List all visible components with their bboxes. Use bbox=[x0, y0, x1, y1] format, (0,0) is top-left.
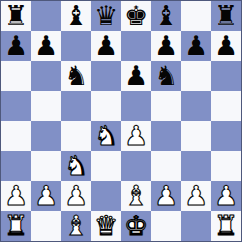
square-a2[interactable]: ♟ bbox=[1, 181, 31, 211]
square-c1[interactable]: ♝ bbox=[61, 211, 91, 241]
square-d7[interactable]: ♟ bbox=[91, 31, 121, 61]
square-c4[interactable] bbox=[61, 121, 91, 151]
square-f1[interactable] bbox=[151, 211, 181, 241]
square-h8[interactable]: ♜ bbox=[211, 1, 241, 31]
square-d5[interactable] bbox=[91, 91, 121, 121]
square-d1[interactable]: ♛ bbox=[91, 211, 121, 241]
square-c3[interactable]: ♞ bbox=[61, 151, 91, 181]
square-g6[interactable] bbox=[181, 61, 211, 91]
square-g7[interactable]: ♟ bbox=[181, 31, 211, 61]
piece-black-pawn-d7[interactable]: ♟ bbox=[94, 32, 118, 59]
piece-white-king-e1[interactable]: ♚ bbox=[124, 212, 148, 239]
piece-white-knight-c3[interactable]: ♞ bbox=[64, 152, 88, 179]
square-a4[interactable] bbox=[1, 121, 31, 151]
piece-white-knight-d4[interactable]: ♞ bbox=[94, 122, 118, 149]
piece-black-bishop-f8[interactable]: ♝ bbox=[154, 2, 178, 29]
square-e8[interactable]: ♚ bbox=[121, 1, 151, 31]
square-d8[interactable]: ♛ bbox=[91, 1, 121, 31]
square-b6[interactable] bbox=[31, 61, 61, 91]
square-e7[interactable] bbox=[121, 31, 151, 61]
square-h7[interactable]: ♟ bbox=[211, 31, 241, 61]
piece-black-rook-a8[interactable]: ♜ bbox=[4, 2, 28, 29]
piece-black-pawn-f7[interactable]: ♟ bbox=[154, 32, 178, 59]
piece-white-pawn-c2[interactable]: ♟ bbox=[64, 182, 88, 209]
square-g5[interactable] bbox=[181, 91, 211, 121]
square-f8[interactable]: ♝ bbox=[151, 1, 181, 31]
square-a1[interactable]: ♜ bbox=[1, 211, 31, 241]
square-f6[interactable]: ♞ bbox=[151, 61, 181, 91]
square-a6[interactable] bbox=[1, 61, 31, 91]
chess-board: ♜♝♛♚♝♜♟♟♟♟♟♟♞♟♞♞♟♞♟♟♟♝♟♟♟♜♝♛♚♜ bbox=[0, 0, 242, 242]
piece-black-bishop-c8[interactable]: ♝ bbox=[64, 2, 88, 29]
piece-white-bishop-e2[interactable]: ♝ bbox=[124, 182, 148, 209]
piece-white-pawn-g2[interactable]: ♟ bbox=[184, 182, 208, 209]
piece-white-pawn-e4[interactable]: ♟ bbox=[124, 122, 148, 149]
square-g2[interactable]: ♟ bbox=[181, 181, 211, 211]
square-f7[interactable]: ♟ bbox=[151, 31, 181, 61]
square-b1[interactable] bbox=[31, 211, 61, 241]
square-g3[interactable] bbox=[181, 151, 211, 181]
square-e3[interactable] bbox=[121, 151, 151, 181]
square-e5[interactable] bbox=[121, 91, 151, 121]
square-d2[interactable] bbox=[91, 181, 121, 211]
piece-black-knight-c6[interactable]: ♞ bbox=[64, 62, 88, 89]
piece-black-queen-d8[interactable]: ♛ bbox=[94, 2, 118, 29]
square-b3[interactable] bbox=[31, 151, 61, 181]
piece-black-rook-h8[interactable]: ♜ bbox=[214, 2, 238, 29]
square-g4[interactable] bbox=[181, 121, 211, 151]
piece-black-pawn-e6[interactable]: ♟ bbox=[124, 62, 148, 89]
square-h2[interactable]: ♟ bbox=[211, 181, 241, 211]
square-g8[interactable] bbox=[181, 1, 211, 31]
square-b5[interactable] bbox=[31, 91, 61, 121]
square-h1[interactable]: ♜ bbox=[211, 211, 241, 241]
square-a5[interactable] bbox=[1, 91, 31, 121]
square-h5[interactable] bbox=[211, 91, 241, 121]
square-e2[interactable]: ♝ bbox=[121, 181, 151, 211]
piece-white-pawn-f2[interactable]: ♟ bbox=[154, 182, 178, 209]
square-e1[interactable]: ♚ bbox=[121, 211, 151, 241]
square-c6[interactable]: ♞ bbox=[61, 61, 91, 91]
square-h6[interactable] bbox=[211, 61, 241, 91]
square-f3[interactable] bbox=[151, 151, 181, 181]
square-b8[interactable] bbox=[31, 1, 61, 31]
piece-black-pawn-a7[interactable]: ♟ bbox=[4, 32, 28, 59]
square-a7[interactable]: ♟ bbox=[1, 31, 31, 61]
piece-black-knight-f6[interactable]: ♞ bbox=[154, 62, 178, 89]
square-h3[interactable] bbox=[211, 151, 241, 181]
square-e4[interactable]: ♟ bbox=[121, 121, 151, 151]
square-e6[interactable]: ♟ bbox=[121, 61, 151, 91]
square-c8[interactable]: ♝ bbox=[61, 1, 91, 31]
square-d6[interactable] bbox=[91, 61, 121, 91]
square-c5[interactable] bbox=[61, 91, 91, 121]
square-c7[interactable] bbox=[61, 31, 91, 61]
square-f5[interactable] bbox=[151, 91, 181, 121]
square-d4[interactable]: ♞ bbox=[91, 121, 121, 151]
square-d3[interactable] bbox=[91, 151, 121, 181]
piece-black-pawn-g7[interactable]: ♟ bbox=[184, 32, 208, 59]
piece-white-rook-h1[interactable]: ♜ bbox=[214, 212, 238, 239]
square-g1[interactable] bbox=[181, 211, 211, 241]
piece-white-pawn-b2[interactable]: ♟ bbox=[34, 182, 58, 209]
piece-white-pawn-a2[interactable]: ♟ bbox=[4, 182, 28, 209]
piece-black-pawn-h7[interactable]: ♟ bbox=[214, 32, 238, 59]
square-b2[interactable]: ♟ bbox=[31, 181, 61, 211]
square-c2[interactable]: ♟ bbox=[61, 181, 91, 211]
piece-black-king-e8[interactable]: ♚ bbox=[124, 2, 148, 29]
square-f2[interactable]: ♟ bbox=[151, 181, 181, 211]
piece-white-queen-d1[interactable]: ♛ bbox=[94, 212, 118, 239]
piece-black-pawn-b7[interactable]: ♟ bbox=[34, 32, 58, 59]
square-a3[interactable] bbox=[1, 151, 31, 181]
piece-white-bishop-c1[interactable]: ♝ bbox=[64, 212, 88, 239]
piece-white-pawn-h2[interactable]: ♟ bbox=[214, 182, 238, 209]
square-b4[interactable] bbox=[31, 121, 61, 151]
square-a8[interactable]: ♜ bbox=[1, 1, 31, 31]
square-h4[interactable] bbox=[211, 121, 241, 151]
square-b7[interactable]: ♟ bbox=[31, 31, 61, 61]
square-f4[interactable] bbox=[151, 121, 181, 151]
piece-white-rook-a1[interactable]: ♜ bbox=[4, 212, 28, 239]
